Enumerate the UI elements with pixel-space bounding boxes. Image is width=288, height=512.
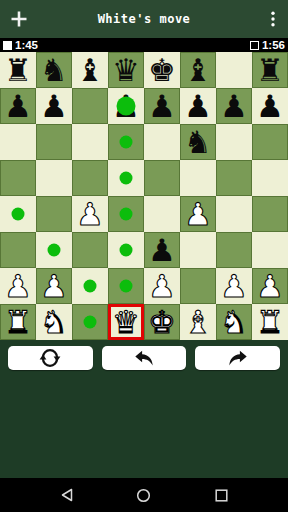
square-g4[interactable] bbox=[216, 196, 252, 232]
page-title: White's move bbox=[0, 12, 288, 26]
square-d6[interactable] bbox=[108, 124, 144, 160]
piece-white-pawn[interactable]: ♟ bbox=[220, 268, 248, 304]
square-h1[interactable]: ♜ bbox=[252, 304, 288, 340]
piece-black-pawn[interactable]: ♟ bbox=[256, 88, 284, 124]
square-b7[interactable]: ♟ bbox=[36, 88, 72, 124]
square-e2[interactable]: ♟ bbox=[144, 268, 180, 304]
square-g5[interactable] bbox=[216, 160, 252, 196]
square-g3[interactable] bbox=[216, 232, 252, 268]
back-button[interactable] bbox=[47, 478, 87, 512]
new-game-button[interactable] bbox=[0, 0, 38, 38]
square-b6[interactable] bbox=[36, 124, 72, 160]
square-d2[interactable] bbox=[108, 268, 144, 304]
square-c1[interactable] bbox=[72, 304, 108, 340]
piece-white-knight[interactable]: ♞ bbox=[220, 304, 248, 340]
sync-arrows-icon bbox=[39, 348, 61, 368]
curved-arrow-left-icon bbox=[132, 350, 156, 367]
square-c4[interactable]: ♟ bbox=[72, 196, 108, 232]
square-d4[interactable] bbox=[108, 196, 144, 232]
circle-icon bbox=[136, 488, 151, 503]
square-b4[interactable] bbox=[36, 196, 72, 232]
legal-move-dot[interactable] bbox=[48, 244, 61, 257]
square-a2[interactable]: ♟ bbox=[0, 268, 36, 304]
legal-move-dot[interactable] bbox=[120, 208, 133, 221]
square-f5[interactable] bbox=[180, 160, 216, 196]
legal-move-dot[interactable] bbox=[120, 244, 133, 257]
white-clock: 1:45 bbox=[3, 38, 38, 52]
capture-move-dot[interactable] bbox=[117, 97, 136, 116]
square-h8[interactable]: ♜ bbox=[252, 52, 288, 88]
piece-black-knight[interactable]: ♞ bbox=[40, 52, 68, 88]
piece-black-pawn[interactable]: ♟ bbox=[148, 232, 176, 268]
piece-white-bishop[interactable]: ♝ bbox=[184, 304, 212, 340]
square-c5[interactable] bbox=[72, 160, 108, 196]
square-e8[interactable]: ♚ bbox=[144, 52, 180, 88]
square-h3[interactable] bbox=[252, 232, 288, 268]
piece-black-knight[interactable]: ♞ bbox=[184, 124, 212, 160]
vertical-dots-menu-icon bbox=[270, 11, 276, 27]
android-navigation-bar bbox=[0, 478, 288, 512]
piece-black-pawn[interactable]: ♟ bbox=[4, 88, 32, 124]
square-e5[interactable] bbox=[144, 160, 180, 196]
piece-white-pawn[interactable]: ♟ bbox=[76, 196, 104, 232]
piece-black-queen[interactable]: ♛ bbox=[112, 52, 140, 88]
square-f7[interactable]: ♟ bbox=[180, 88, 216, 124]
piece-black-pawn[interactable]: ♟ bbox=[40, 88, 68, 124]
square-b2[interactable]: ♟ bbox=[36, 268, 72, 304]
square-f8[interactable]: ♝ bbox=[180, 52, 216, 88]
square-b1[interactable]: ♞ bbox=[36, 304, 72, 340]
square-e7[interactable]: ♟ bbox=[144, 88, 180, 124]
legal-move-dot[interactable] bbox=[84, 316, 97, 329]
piece-black-rook[interactable]: ♜ bbox=[256, 52, 284, 88]
square-h4[interactable] bbox=[252, 196, 288, 232]
square-g7[interactable]: ♟ bbox=[216, 88, 252, 124]
legal-move-dot[interactable] bbox=[84, 280, 97, 293]
square-d5[interactable] bbox=[108, 160, 144, 196]
square-h5[interactable] bbox=[252, 160, 288, 196]
undo-button[interactable] bbox=[102, 346, 187, 370]
triangle-left-icon bbox=[60, 488, 74, 502]
square-d3[interactable] bbox=[108, 232, 144, 268]
square-d8[interactable]: ♛ bbox=[108, 52, 144, 88]
legal-move-dot[interactable] bbox=[120, 136, 133, 149]
piece-white-pawn[interactable]: ♟ bbox=[184, 196, 212, 232]
square-f6[interactable]: ♞ bbox=[180, 124, 216, 160]
square-g2[interactable]: ♟ bbox=[216, 268, 252, 304]
square-e3[interactable]: ♟ bbox=[144, 232, 180, 268]
square-e1[interactable]: ♚ bbox=[144, 304, 180, 340]
square-b5[interactable] bbox=[36, 160, 72, 196]
square-c3[interactable] bbox=[72, 232, 108, 268]
piece-white-knight[interactable]: ♞ bbox=[40, 304, 68, 340]
black-clock-time: 1:56 bbox=[262, 38, 285, 52]
piece-white-pawn[interactable]: ♟ bbox=[4, 268, 32, 304]
plus-icon bbox=[10, 10, 28, 28]
legal-move-dot[interactable] bbox=[12, 208, 25, 221]
square-b3[interactable] bbox=[36, 232, 72, 268]
piece-black-pawn[interactable]: ♟ bbox=[220, 88, 248, 124]
piece-white-rook[interactable]: ♜ bbox=[256, 304, 284, 340]
square-e6[interactable] bbox=[144, 124, 180, 160]
square-a8[interactable]: ♜ bbox=[0, 52, 36, 88]
piece-white-pawn[interactable]: ♟ bbox=[40, 268, 68, 304]
piece-white-pawn[interactable]: ♟ bbox=[148, 268, 176, 304]
piece-black-pawn[interactable]: ♟ bbox=[148, 88, 176, 124]
square-a3[interactable] bbox=[0, 232, 36, 268]
square-f1[interactable]: ♝ bbox=[180, 304, 216, 340]
legal-move-dot[interactable] bbox=[120, 172, 133, 185]
square-g8[interactable] bbox=[216, 52, 252, 88]
piece-white-king[interactable]: ♚ bbox=[148, 304, 176, 340]
phone-screen: White's move 1:45 1:56 ♜♞♝♛♚♝♜♟♟♟♟♟♟♟♞♟♟… bbox=[0, 0, 288, 512]
square-c8[interactable]: ♝ bbox=[72, 52, 108, 88]
curved-arrow-right-icon bbox=[226, 350, 250, 367]
square-h7[interactable]: ♟ bbox=[252, 88, 288, 124]
square-a4[interactable] bbox=[0, 196, 36, 232]
square-f3[interactable] bbox=[180, 232, 216, 268]
square-f2[interactable] bbox=[180, 268, 216, 304]
flip-board-button[interactable] bbox=[8, 346, 93, 370]
redo-button[interactable] bbox=[195, 346, 280, 370]
square-e4[interactable] bbox=[144, 196, 180, 232]
piece-black-pawn[interactable]: ♟ bbox=[184, 88, 212, 124]
recents-button[interactable] bbox=[201, 478, 241, 512]
square-g6[interactable] bbox=[216, 124, 252, 160]
app-bar: White's move bbox=[0, 0, 288, 38]
square-a6[interactable] bbox=[0, 124, 36, 160]
square-icon bbox=[215, 489, 228, 502]
control-bar bbox=[0, 340, 288, 370]
piece-black-king[interactable]: ♚ bbox=[148, 52, 176, 88]
square-h2[interactable]: ♟ bbox=[252, 268, 288, 304]
overflow-menu-button[interactable] bbox=[258, 0, 288, 38]
piece-white-queen[interactable]: ♛ bbox=[112, 304, 140, 340]
background-area bbox=[0, 370, 288, 478]
white-clock-active-icon bbox=[3, 41, 12, 50]
square-d1[interactable]: ♛ bbox=[108, 304, 144, 340]
home-button[interactable] bbox=[124, 478, 164, 512]
square-c6[interactable] bbox=[72, 124, 108, 160]
square-a1[interactable]: ♜ bbox=[0, 304, 36, 340]
legal-move-dot[interactable] bbox=[120, 280, 133, 293]
square-g1[interactable]: ♞ bbox=[216, 304, 252, 340]
piece-white-pawn[interactable]: ♟ bbox=[256, 268, 284, 304]
piece-white-rook[interactable]: ♜ bbox=[4, 304, 32, 340]
black-clock-inactive-icon bbox=[250, 41, 259, 50]
square-c2[interactable] bbox=[72, 268, 108, 304]
clock-bar: 1:45 1:56 bbox=[0, 38, 288, 52]
chess-board: ♜♞♝♛♚♝♜♟♟♟♟♟♟♟♞♟♟♟♟♟♟♟♟♜♞♛♚♝♞♜ bbox=[0, 52, 288, 340]
square-f4[interactable]: ♟ bbox=[180, 196, 216, 232]
square-b8[interactable]: ♞ bbox=[36, 52, 72, 88]
black-clock: 1:56 bbox=[250, 38, 285, 52]
white-clock-time: 1:45 bbox=[15, 38, 38, 52]
piece-black-bishop[interactable]: ♝ bbox=[76, 52, 104, 88]
square-a5[interactable] bbox=[0, 160, 36, 196]
square-c7[interactable] bbox=[72, 88, 108, 124]
piece-black-rook[interactable]: ♜ bbox=[4, 52, 32, 88]
piece-black-bishop[interactable]: ♝ bbox=[184, 52, 212, 88]
square-d7[interactable]: ♟ bbox=[108, 88, 144, 124]
square-h6[interactable] bbox=[252, 124, 288, 160]
square-a7[interactable]: ♟ bbox=[0, 88, 36, 124]
